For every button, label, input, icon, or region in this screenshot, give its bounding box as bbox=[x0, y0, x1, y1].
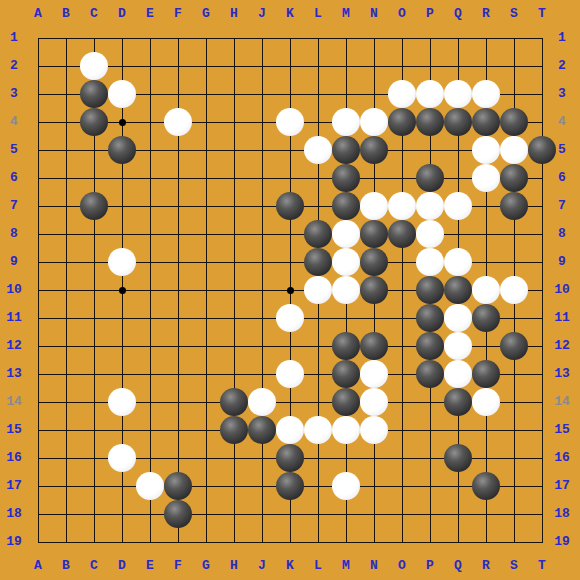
stone-black bbox=[80, 108, 108, 136]
row-label-left: 3 bbox=[0, 80, 28, 108]
row-label-right: 19 bbox=[548, 528, 576, 556]
stone-black bbox=[416, 164, 444, 192]
stone-black bbox=[416, 108, 444, 136]
column-label-bottom: O bbox=[388, 552, 416, 580]
stone-white bbox=[276, 108, 304, 136]
stone-black bbox=[304, 220, 332, 248]
stone-white bbox=[472, 164, 500, 192]
stone-white bbox=[304, 136, 332, 164]
stone-black bbox=[472, 472, 500, 500]
grid-line-horizontal bbox=[38, 514, 543, 515]
grid-line-vertical bbox=[542, 38, 543, 543]
column-label-top: A bbox=[24, 0, 52, 28]
stone-black bbox=[416, 360, 444, 388]
column-label-top: G bbox=[192, 0, 220, 28]
stone-black bbox=[472, 360, 500, 388]
stone-white bbox=[472, 276, 500, 304]
row-label-left: 16 bbox=[0, 444, 28, 472]
row-label-left: 4 bbox=[0, 108, 28, 136]
grid-line-horizontal bbox=[38, 178, 543, 179]
row-label-right: 3 bbox=[548, 80, 576, 108]
stone-black bbox=[164, 500, 192, 528]
stone-white bbox=[360, 108, 388, 136]
column-label-top: P bbox=[416, 0, 444, 28]
stone-black bbox=[108, 136, 136, 164]
stone-black bbox=[332, 164, 360, 192]
column-label-bottom: H bbox=[220, 552, 248, 580]
column-label-top: M bbox=[332, 0, 360, 28]
column-label-top: Q bbox=[444, 0, 472, 28]
stone-white bbox=[108, 388, 136, 416]
row-label-left: 10 bbox=[0, 276, 28, 304]
stone-black bbox=[332, 136, 360, 164]
row-label-right: 17 bbox=[548, 472, 576, 500]
column-label-bottom: E bbox=[136, 552, 164, 580]
stone-white bbox=[332, 108, 360, 136]
stone-white bbox=[360, 388, 388, 416]
row-label-right: 7 bbox=[548, 192, 576, 220]
stone-black bbox=[360, 136, 388, 164]
row-label-left: 12 bbox=[0, 332, 28, 360]
stone-black bbox=[444, 444, 472, 472]
row-label-left: 7 bbox=[0, 192, 28, 220]
row-label-left: 19 bbox=[0, 528, 28, 556]
stone-white bbox=[444, 80, 472, 108]
stone-white bbox=[500, 136, 528, 164]
row-label-left: 2 bbox=[0, 52, 28, 80]
row-label-right: 1 bbox=[548, 24, 576, 52]
stone-white bbox=[136, 472, 164, 500]
stone-black bbox=[80, 192, 108, 220]
stone-white bbox=[388, 80, 416, 108]
column-label-bottom: L bbox=[304, 552, 332, 580]
stone-black bbox=[276, 444, 304, 472]
grid-line-horizontal bbox=[38, 66, 543, 67]
row-label-right: 8 bbox=[548, 220, 576, 248]
column-label-top: B bbox=[52, 0, 80, 28]
stone-black bbox=[500, 332, 528, 360]
stone-black bbox=[332, 360, 360, 388]
stone-white bbox=[248, 388, 276, 416]
column-label-bottom: S bbox=[500, 552, 528, 580]
stone-black bbox=[472, 304, 500, 332]
stone-white bbox=[472, 136, 500, 164]
row-label-left: 18 bbox=[0, 500, 28, 528]
row-label-right: 9 bbox=[548, 248, 576, 276]
grid-line-horizontal bbox=[38, 542, 543, 543]
stone-white bbox=[108, 444, 136, 472]
row-label-left: 9 bbox=[0, 248, 28, 276]
grid-line-vertical bbox=[38, 38, 39, 543]
stone-white bbox=[444, 360, 472, 388]
row-label-left: 8 bbox=[0, 220, 28, 248]
row-label-left: 1 bbox=[0, 24, 28, 52]
column-label-bottom: G bbox=[192, 552, 220, 580]
stone-black bbox=[248, 416, 276, 444]
star-point bbox=[119, 287, 126, 294]
stone-white bbox=[416, 248, 444, 276]
stone-black bbox=[416, 276, 444, 304]
stone-white bbox=[444, 332, 472, 360]
stone-black bbox=[360, 220, 388, 248]
column-label-bottom: F bbox=[164, 552, 192, 580]
stone-white bbox=[388, 192, 416, 220]
stone-white bbox=[472, 80, 500, 108]
stone-black bbox=[332, 332, 360, 360]
stone-white bbox=[276, 304, 304, 332]
column-label-top: C bbox=[80, 0, 108, 28]
row-label-right: 2 bbox=[548, 52, 576, 80]
stone-black bbox=[444, 388, 472, 416]
row-label-right: 18 bbox=[548, 500, 576, 528]
row-label-right: 6 bbox=[548, 164, 576, 192]
grid-line-vertical bbox=[150, 38, 151, 543]
stone-black bbox=[220, 388, 248, 416]
column-label-bottom: M bbox=[332, 552, 360, 580]
stone-white bbox=[164, 108, 192, 136]
row-label-left: 6 bbox=[0, 164, 28, 192]
stone-black bbox=[500, 192, 528, 220]
row-label-left: 5 bbox=[0, 136, 28, 164]
stone-black bbox=[444, 276, 472, 304]
column-label-bottom: P bbox=[416, 552, 444, 580]
grid-line-vertical bbox=[66, 38, 67, 543]
stone-white bbox=[332, 220, 360, 248]
stone-white bbox=[360, 360, 388, 388]
stone-white bbox=[444, 248, 472, 276]
column-label-top: J bbox=[248, 0, 276, 28]
stone-white bbox=[276, 360, 304, 388]
stone-black bbox=[500, 164, 528, 192]
stone-black bbox=[276, 192, 304, 220]
stone-white bbox=[416, 220, 444, 248]
column-label-top: L bbox=[304, 0, 332, 28]
column-label-bottom: B bbox=[52, 552, 80, 580]
column-label-top: O bbox=[388, 0, 416, 28]
grid-line-vertical bbox=[206, 38, 207, 543]
stone-white bbox=[332, 248, 360, 276]
column-label-top: N bbox=[360, 0, 388, 28]
stone-black bbox=[416, 304, 444, 332]
stone-black bbox=[444, 108, 472, 136]
grid-line-vertical bbox=[234, 38, 235, 543]
row-label-left: 14 bbox=[0, 388, 28, 416]
column-label-bottom: C bbox=[80, 552, 108, 580]
stone-white bbox=[276, 416, 304, 444]
row-label-right: 13 bbox=[548, 360, 576, 388]
grid-line-vertical bbox=[262, 38, 263, 543]
row-label-right: 12 bbox=[548, 332, 576, 360]
row-label-right: 16 bbox=[548, 444, 576, 472]
column-label-top: E bbox=[136, 0, 164, 28]
stone-white bbox=[332, 416, 360, 444]
column-label-top: F bbox=[164, 0, 192, 28]
stone-black bbox=[80, 80, 108, 108]
row-label-right: 11 bbox=[548, 304, 576, 332]
stone-black bbox=[416, 332, 444, 360]
column-label-bottom: R bbox=[472, 552, 500, 580]
stone-black bbox=[472, 108, 500, 136]
star-point bbox=[119, 119, 126, 126]
column-label-bottom: D bbox=[108, 552, 136, 580]
column-label-top: S bbox=[500, 0, 528, 28]
stone-white bbox=[444, 304, 472, 332]
stone-black bbox=[388, 108, 416, 136]
stone-black bbox=[500, 108, 528, 136]
stone-black bbox=[388, 220, 416, 248]
column-label-top: D bbox=[108, 0, 136, 28]
stone-white bbox=[304, 276, 332, 304]
stone-black bbox=[164, 472, 192, 500]
column-label-bottom: N bbox=[360, 552, 388, 580]
column-label-bottom: Q bbox=[444, 552, 472, 580]
stone-black bbox=[276, 472, 304, 500]
grid-line-horizontal bbox=[38, 38, 543, 39]
stone-black bbox=[360, 276, 388, 304]
stone-black bbox=[220, 416, 248, 444]
star-point bbox=[287, 287, 294, 294]
stone-white bbox=[500, 276, 528, 304]
row-label-right: 4 bbox=[548, 108, 576, 136]
column-label-bottom: T bbox=[528, 552, 556, 580]
row-label-left: 15 bbox=[0, 416, 28, 444]
stone-white bbox=[304, 416, 332, 444]
stone-white bbox=[332, 276, 360, 304]
row-label-right: 14 bbox=[548, 388, 576, 416]
column-label-top: R bbox=[472, 0, 500, 28]
stone-white bbox=[360, 416, 388, 444]
stone-white bbox=[360, 192, 388, 220]
row-label-right: 15 bbox=[548, 416, 576, 444]
column-label-bottom: J bbox=[248, 552, 276, 580]
stone-white bbox=[416, 80, 444, 108]
grid-line-horizontal bbox=[38, 234, 543, 235]
stone-white bbox=[472, 388, 500, 416]
stone-white bbox=[108, 248, 136, 276]
column-label-top: K bbox=[276, 0, 304, 28]
row-label-left: 17 bbox=[0, 472, 28, 500]
row-label-left: 13 bbox=[0, 360, 28, 388]
go-board[interactable]: AABBCCDDEEFFGGHHJJKKLLMMNNOOPPQQRRSSTT11… bbox=[0, 0, 580, 580]
stone-black bbox=[528, 136, 556, 164]
stone-black bbox=[332, 192, 360, 220]
stone-black bbox=[304, 248, 332, 276]
stone-white bbox=[332, 472, 360, 500]
stone-black bbox=[360, 332, 388, 360]
stone-black bbox=[332, 388, 360, 416]
column-label-bottom: A bbox=[24, 552, 52, 580]
row-label-left: 11 bbox=[0, 304, 28, 332]
row-label-right: 10 bbox=[548, 276, 576, 304]
stone-white bbox=[416, 192, 444, 220]
stone-black bbox=[360, 248, 388, 276]
column-label-bottom: K bbox=[276, 552, 304, 580]
stone-white bbox=[444, 192, 472, 220]
stone-white bbox=[80, 52, 108, 80]
column-label-top: H bbox=[220, 0, 248, 28]
stone-white bbox=[108, 80, 136, 108]
